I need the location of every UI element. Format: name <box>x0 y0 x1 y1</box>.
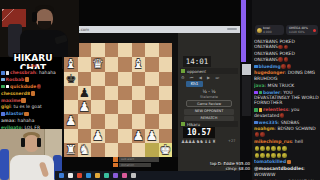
square-g4[interactable] <box>145 100 159 114</box>
square-f3[interactable] <box>132 114 146 128</box>
square-e8[interactable] <box>118 43 132 57</box>
chat-message: gigi: tu es le goat <box>1 104 63 109</box>
square-c5[interactable] <box>91 86 105 100</box>
chat-emote-icon <box>278 45 283 50</box>
square-d3[interactable] <box>105 114 119 128</box>
chat-emote-icon <box>282 146 287 151</box>
square-g8[interactable] <box>145 43 159 57</box>
opponent-name[interactable]: opponent <box>187 69 206 74</box>
captured-pieces: ♟♟♟♟ ♞♞ ♝♝ ♜ <box>181 139 216 144</box>
chat-emote-icon <box>287 160 292 165</box>
material-advantage: +27 <box>228 139 235 143</box>
chat-message: Alastor <box>1 111 63 116</box>
square-g5[interactable] <box>145 86 159 100</box>
chat-message: ONLYBANS POKED ONLYBANS <box>254 39 319 50</box>
current-move-chip[interactable]: Kh1 <box>186 81 203 87</box>
square-b5[interactable]: ♟ <box>78 86 92 100</box>
live-dot-icon <box>313 29 316 32</box>
taskbar-app-icon[interactable] <box>113 173 118 178</box>
headphones-icon <box>37 138 41 147</box>
avatar <box>181 69 185 73</box>
chat-emote-icon <box>282 153 287 158</box>
avatar <box>181 122 185 126</box>
new-opponent-button[interactable]: NEW OPPONENT <box>184 109 234 115</box>
chat-emote-icon <box>255 132 260 137</box>
chat-emote-icon <box>284 57 289 62</box>
square-e4[interactable] <box>118 100 132 114</box>
square-d4[interactable] <box>105 100 119 114</box>
chat-emote-icon <box>37 84 42 89</box>
chat-badge-icon <box>259 108 263 112</box>
chat-badge-icon <box>254 65 258 69</box>
square-f2[interactable]: ♟ <box>132 129 146 143</box>
browser-menu-icon[interactable] <box>227 28 237 30</box>
game-sidebar: 14:01 opponent ⚙ ⏮ ◀ ▶ ⏭ Kh1 ½ - ½ Stale… <box>178 33 240 180</box>
square-h1[interactable]: ♚ <box>159 143 173 157</box>
taskbar-app-icon[interactable] <box>77 173 82 178</box>
hikaru-webcam <box>0 0 79 57</box>
square-g3[interactable] <box>145 114 159 128</box>
chat-message: @moosantdboddles: WOWWW <box>254 166 319 177</box>
chat-text: : hahaha <box>15 118 35 123</box>
square-g2[interactable]: ♟ <box>145 129 159 143</box>
chat-emote-icon <box>31 91 36 96</box>
chat-username[interactable]: chessnerd8 <box>1 91 30 96</box>
taskbar-app-icon[interactable] <box>122 173 127 178</box>
chat-text: : hahaha <box>36 70 56 75</box>
chat-badge-icon <box>254 91 258 95</box>
chat-username[interactable]: 7weretolure <box>254 179 285 180</box>
chat-badge-icon <box>1 78 5 82</box>
square-e7[interactable] <box>118 57 132 71</box>
taskbar-app-icon[interactable] <box>95 173 100 178</box>
square-e1[interactable] <box>118 143 132 157</box>
chat-emote-icon <box>277 146 282 151</box>
square-b4[interactable]: ♟ <box>78 100 92 114</box>
chat-message: bowler: YOU DEVASTATINGLY THE WORLD FORN… <box>254 90 319 106</box>
chat-message: mikechimp_rus: hell <box>254 139 319 144</box>
chat-message: hugedonger: DOING DMG BRUHDOG <box>254 70 319 81</box>
chat-text: ONLYBANS POKED ONLYBANS <box>254 51 295 61</box>
chat-message: wes335: SNDBAS <box>254 120 319 125</box>
chat-badge-icon <box>259 91 263 95</box>
chat-badge-icon <box>1 112 5 116</box>
square-d7[interactable] <box>105 57 119 71</box>
hikaru-clock: 10.57 <box>183 127 215 138</box>
white-p-piece[interactable]: ♟ <box>145 129 159 143</box>
prediction-pill-left[interactable]: bowl 4,000 <box>255 25 284 35</box>
chat-message: relentless: you devastated <box>254 107 319 118</box>
square-h4[interactable] <box>159 100 173 114</box>
alert-row: donation <box>119 163 151 168</box>
chat-message: 7weretolure: SCAMAZON <box>254 179 319 180</box>
chat-message: java: MSN TRUCK <box>254 83 319 88</box>
coin-icon <box>257 28 262 33</box>
square-c8[interactable] <box>91 43 105 57</box>
alert-text: donation <box>121 163 134 168</box>
chat-emote-icon <box>260 153 265 158</box>
taskbar[interactable] <box>55 171 240 180</box>
chat-emote-icon <box>271 153 276 158</box>
square-b3[interactable] <box>78 114 92 128</box>
square-d6[interactable] <box>105 72 119 86</box>
square-f8[interactable] <box>132 43 146 57</box>
taskbar-app-icon[interactable] <box>131 173 136 178</box>
chat-username[interactable]: quickdude <box>10 84 36 89</box>
chat-emote-icon <box>280 113 285 118</box>
chat-text: : MSN TRUCK <box>265 83 295 88</box>
chat-message: amax: hahaha <box>1 118 63 123</box>
chat-username[interactable]: @moosantdboddles <box>254 166 304 171</box>
square-a6[interactable]: ♚ <box>64 72 78 86</box>
square-d2[interactable] <box>105 129 119 143</box>
chat-text: : BDSNO SCHWND <box>274 126 315 131</box>
taskbar-app-icon[interactable] <box>86 173 91 178</box>
game-result-reason: Stalemate <box>178 95 240 99</box>
chat-username[interactable]: mikechimp_rus <box>254 139 292 144</box>
hikaru-chat-sub-label: LIVE <box>0 64 66 68</box>
white-n-piece[interactable]: ♞ <box>78 143 92 157</box>
pill-text: LULW 60% <box>289 30 305 34</box>
chat-message: chessnerd8 <box>1 91 63 96</box>
hikaru-chat-messages: chessbrah: hahahaRosbabquickdudechessner… <box>0 69 63 129</box>
square-g1[interactable] <box>145 143 159 157</box>
xqc-torso <box>10 155 54 180</box>
square-a3[interactable]: ♟ <box>64 114 78 128</box>
chat-emote-icon <box>271 146 276 151</box>
chat-badge-icon <box>1 85 5 89</box>
square-a2[interactable] <box>64 129 78 143</box>
donation-ticker: top D: Eddie 935.00 cincy: $8.00 <box>150 161 250 171</box>
chat-badge-icon <box>254 108 258 112</box>
chat-emote-icon <box>284 45 289 50</box>
white-b-piece[interactable]: ♝ <box>132 57 146 71</box>
square-f6[interactable] <box>132 72 146 86</box>
hikaru-beard <box>38 21 51 29</box>
chat-username[interactable]: bowler <box>263 90 280 95</box>
chat-username[interactable]: gigi <box>1 104 11 109</box>
twitch-chat-messages[interactable]: ONLYBANS POKED ONLYBANSONLYBANS POKED ON… <box>254 39 319 180</box>
chat-badge-icon <box>1 71 5 75</box>
chat-emote-icon <box>25 77 30 82</box>
square-d1[interactable] <box>105 143 119 157</box>
square-e2[interactable] <box>118 129 132 143</box>
square-e3[interactable] <box>118 114 132 128</box>
chat-username[interactable]: amax <box>1 118 15 123</box>
square-d5[interactable] <box>105 86 119 100</box>
browser-bar[interactable]: chess.com <box>62 26 240 33</box>
white-r-piece[interactable]: ♜ <box>64 143 78 157</box>
square-c2[interactable]: ♟ <box>91 129 105 143</box>
chat-username[interactable]: java <box>254 83 265 88</box>
chat-username[interactable]: tomatokilled <box>254 159 286 164</box>
chat-message: bluedmg <box>254 64 319 69</box>
chat-emote-icon <box>266 146 271 151</box>
chat-emote-icon <box>24 112 29 117</box>
twitch-chat-panel: bowl 4,000 OMEGA 40% LULW 60% ONLYBANS P… <box>252 0 320 180</box>
square-b7[interactable] <box>78 57 92 71</box>
chat-emote-icon <box>255 146 260 151</box>
chat-username[interactable]: maxime <box>1 98 21 103</box>
square-h2[interactable] <box>159 129 173 143</box>
chat-username[interactable]: chessbrah <box>10 70 36 75</box>
ticker-line: cincy: $8.00 <box>150 166 250 171</box>
chat-message: ONLYBANS POKED ONLYBANS <box>254 51 319 62</box>
square-g7[interactable] <box>145 57 159 71</box>
taskbar-app-icon[interactable] <box>59 173 64 178</box>
chat-text: : SNDBAS <box>278 120 300 125</box>
chat-emote-icon <box>277 153 282 158</box>
move-nav-icons[interactable]: ⚙ ⏮ ◀ ▶ ⏭ <box>181 75 221 80</box>
white-k-piece[interactable]: ♚ <box>159 143 173 157</box>
game-review-button[interactable]: Game Review <box>186 100 232 107</box>
square-f5[interactable] <box>132 86 146 100</box>
chat-badge-icon <box>6 71 10 75</box>
square-a7[interactable]: ♝ <box>64 57 78 71</box>
opponent-clock: 14:01 <box>183 56 211 67</box>
square-h8[interactable] <box>159 43 173 57</box>
white-p-piece[interactable]: ♟ <box>132 129 146 143</box>
chat-message <box>254 146 319 151</box>
chat-emote-icon <box>287 64 292 69</box>
chat-username[interactable]: relentless <box>263 107 288 112</box>
chat-emote-icon <box>260 132 265 137</box>
background-window-fragment <box>242 64 251 75</box>
square-h7[interactable] <box>159 57 173 71</box>
square-c6[interactable] <box>91 72 105 86</box>
chat-username[interactable]: Rosbab <box>6 77 25 82</box>
square-c3[interactable] <box>91 114 105 128</box>
taskbar-app-icon[interactable] <box>68 173 73 178</box>
chat-emote-icon <box>278 57 283 62</box>
chat-text: : hell <box>292 139 303 144</box>
chat-emote-icon <box>266 153 271 158</box>
square-a5[interactable] <box>64 86 78 100</box>
black-p-piece[interactable]: ♟ <box>78 86 92 100</box>
square-c4[interactable] <box>91 100 105 114</box>
pill-text: bowl <box>263 26 270 30</box>
opponent-player-bar[interactable]: opponent <box>180 68 238 74</box>
alert-icon <box>113 163 118 168</box>
chat-message: noahgm: BDSNO SCHWND <box>254 126 319 137</box>
square-c1[interactable] <box>91 143 105 157</box>
chat-emote-icon <box>281 64 286 69</box>
square-a4[interactable] <box>64 100 78 114</box>
white-p-piece[interactable]: ♟ <box>64 114 78 128</box>
square-f4[interactable] <box>132 100 146 114</box>
chat-message: maxime <box>1 98 63 103</box>
chat-badge-icon <box>254 121 258 125</box>
hikaru-name[interactable]: Hikaru <box>187 122 200 127</box>
square-b8[interactable] <box>78 43 92 57</box>
square-f1[interactable] <box>132 143 146 157</box>
white-p-piece[interactable]: ♟ <box>91 129 105 143</box>
square-c7[interactable]: ♛ <box>91 57 105 71</box>
headphones-icon <box>21 138 25 147</box>
game-result: ½ - ½ <box>178 89 240 94</box>
white-q-piece[interactable]: ♛ <box>91 57 105 71</box>
square-h6[interactable] <box>159 72 173 86</box>
square-h5[interactable] <box>159 86 173 100</box>
chat-message: chessbrah: hahaha <box>1 70 63 75</box>
chat-username[interactable]: bluedmg <box>259 64 281 69</box>
purple-edge <box>241 0 246 62</box>
prediction-pill-right[interactable]: OMEGA 40% LULW 60% <box>286 25 318 35</box>
square-d8[interactable] <box>105 43 119 57</box>
square-e5[interactable] <box>118 86 132 100</box>
taskbar-app-icon[interactable] <box>104 173 109 178</box>
chat-message: quickdude <box>1 84 63 89</box>
chat-emote-icon <box>21 98 26 103</box>
xqc-webcam <box>0 129 62 180</box>
alert-text: sub alert <box>121 157 134 162</box>
chat-text: : tu es le goat <box>11 104 42 109</box>
white-b-piece[interactable]: ♝ <box>64 57 78 71</box>
chat-username[interactable]: Alastor <box>6 111 24 116</box>
chat-message: Rosbab <box>1 77 63 82</box>
stream-screenshot: chess.com ♝♛♝♚♟♟♟♟♟♟♜♞♚ sub alert donati… <box>0 0 320 180</box>
background-window-fragment <box>242 76 251 116</box>
pill-text: OMEGA 40% <box>289 26 308 30</box>
chat-text: : SCAMAZON <box>285 179 314 180</box>
chat-username[interactable]: hugedonger <box>254 70 285 75</box>
black-k-piece[interactable]: ♚ <box>64 72 78 86</box>
chess-board[interactable]: ♝♛♝♚♟♟♟♟♟♟♜♞♚ <box>64 43 172 157</box>
chat-badge-icon <box>6 85 10 89</box>
chat-message <box>254 153 319 158</box>
square-b6[interactable] <box>78 72 92 86</box>
white-p-piece[interactable]: ♟ <box>78 100 92 114</box>
square-e6[interactable] <box>118 72 132 86</box>
square-b1[interactable]: ♞ <box>78 143 92 157</box>
chat-username[interactable]: noahgm <box>254 126 274 131</box>
chat-emote-icon <box>260 146 265 151</box>
headphones-icon <box>32 12 37 22</box>
chat-username[interactable]: wes335 <box>259 120 278 125</box>
square-h3[interactable] <box>159 114 173 128</box>
alert-icon <box>113 157 118 162</box>
square-a1[interactable]: ♜ <box>64 143 78 157</box>
window-gap-strip <box>240 0 252 180</box>
pill-text: 4,000 <box>263 30 272 34</box>
chair-left <box>0 149 9 180</box>
chat-message: tomatokilled <box>254 159 319 164</box>
square-g6[interactable] <box>145 72 159 86</box>
window-top-black <box>62 0 240 26</box>
square-b2[interactable] <box>78 129 92 143</box>
chat-text: ONLYBANS POKED ONLYBANS <box>254 39 295 49</box>
chat-emote-icon <box>255 153 260 158</box>
square-f7[interactable]: ♝ <box>132 57 146 71</box>
